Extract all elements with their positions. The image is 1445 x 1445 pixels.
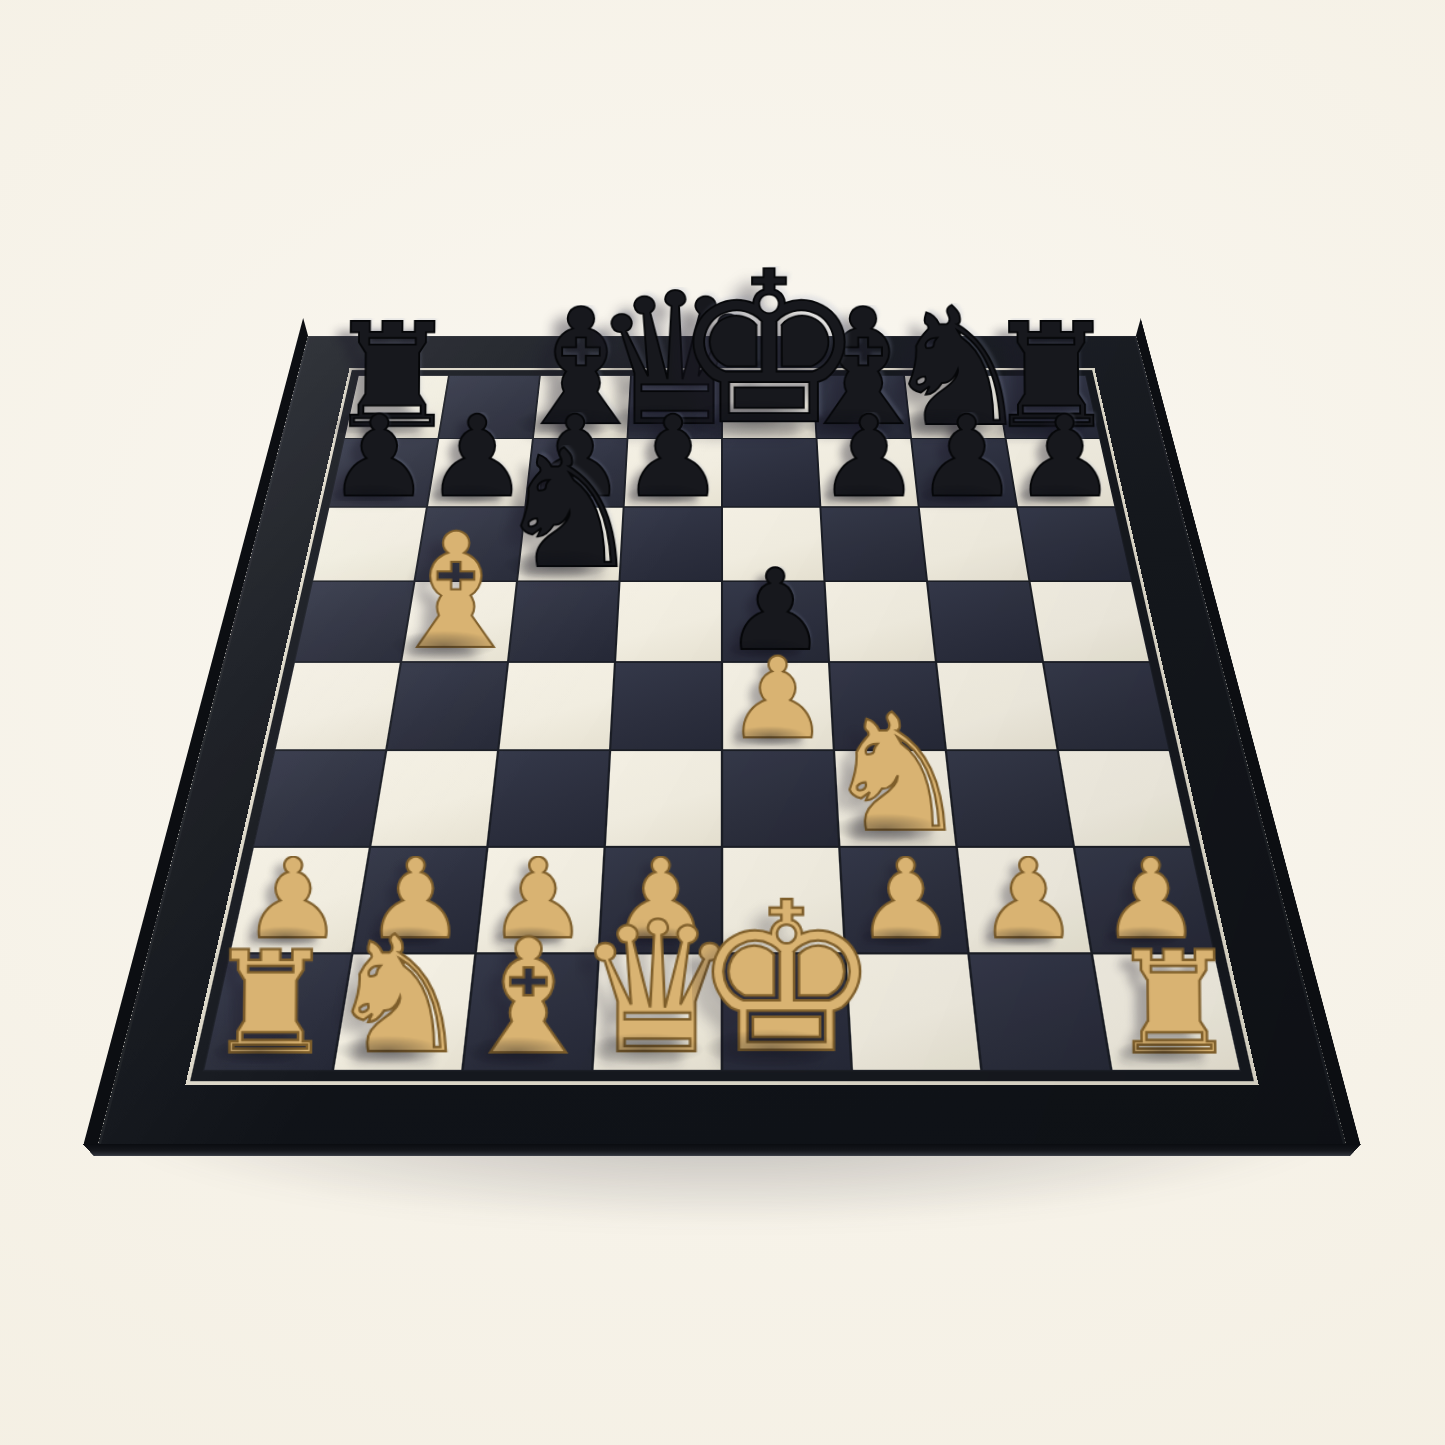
square-f7[interactable]: ♟ (817, 438, 919, 506)
square-h5[interactable] (1029, 581, 1150, 662)
square-e4[interactable]: ♟ (722, 662, 834, 750)
square-f3[interactable]: ♞ (834, 750, 957, 847)
square-f6[interactable] (820, 507, 927, 581)
square-a4[interactable] (274, 662, 401, 750)
piece-black-pawn-g7[interactable]: ♟ (915, 412, 1019, 502)
square-h1[interactable]: ♜ (1092, 953, 1241, 1071)
square-c4[interactable] (498, 662, 615, 750)
square-e8[interactable]: ♚ (722, 375, 817, 438)
square-a3[interactable] (253, 750, 386, 847)
piece-white-pawn-e4[interactable]: ♟ (726, 653, 829, 743)
square-h7[interactable]: ♟ (1006, 438, 1116, 506)
square-g2[interactable]: ♟ (957, 847, 1092, 953)
piece-white-pawn-g2[interactable]: ♟ (978, 856, 1080, 944)
square-d3[interactable] (605, 750, 722, 847)
square-h3[interactable] (1058, 750, 1191, 847)
piece-white-knight-f3[interactable]: ♞ (823, 709, 972, 839)
square-b5[interactable]: ♝ (401, 581, 517, 662)
scene: ♜♝♛♚♝♞♜♟♟♟♟♟♟♟♞♝♟♟♞♟♟♟♟♟♟♟♜♞♝♛♚♜ (0, 0, 1445, 1445)
square-e3[interactable] (722, 750, 839, 847)
board-grid: ♜♝♛♚♝♞♜♟♟♟♟♟♟♟♞♝♟♟♞♟♟♟♟♟♟♟♜♞♝♛♚♜ (203, 375, 1241, 1071)
piece-white-king-e1[interactable]: ♚ (692, 896, 881, 1061)
square-f5[interactable] (824, 581, 936, 662)
square-c6[interactable]: ♞ (517, 507, 624, 581)
square-d4[interactable] (610, 662, 722, 750)
square-b1[interactable]: ♞ (333, 953, 476, 1071)
square-d5[interactable] (615, 581, 722, 662)
square-g5[interactable] (927, 581, 1043, 662)
piece-white-bishop-b5[interactable]: ♝ (382, 528, 530, 656)
square-g1[interactable] (968, 953, 1111, 1071)
square-b4[interactable] (386, 662, 508, 750)
piece-white-knight-b1[interactable]: ♞ (325, 932, 473, 1061)
square-g7[interactable]: ♟ (911, 438, 1017, 506)
square-b3[interactable] (370, 750, 498, 847)
piece-white-rook-h1[interactable]: ♜ (1109, 948, 1240, 1062)
square-h6[interactable] (1017, 507, 1132, 581)
piece-black-pawn-a7[interactable]: ♟ (327, 412, 431, 502)
square-e7[interactable] (722, 438, 820, 506)
square-a7[interactable]: ♟ (329, 438, 439, 506)
square-h4[interactable] (1043, 662, 1170, 750)
square-g6[interactable] (919, 507, 1030, 581)
piece-black-pawn-h7[interactable]: ♟ (1013, 412, 1117, 502)
board-front-edge (82, 1144, 1361, 1156)
piece-black-pawn-f7[interactable]: ♟ (817, 412, 921, 502)
chessboard: ♜♝♛♚♝♞♜♟♟♟♟♟♟♟♞♝♟♟♞♟♟♟♟♟♟♟♜♞♝♛♚♜ (95, 336, 1349, 1156)
square-c3[interactable] (487, 750, 610, 847)
piece-white-rook-a1[interactable]: ♜ (205, 948, 336, 1062)
square-e1[interactable]: ♚ (722, 953, 852, 1071)
board-inlay-border: ♜♝♛♚♝♞♜♟♟♟♟♟♟♟♞♝♟♟♞♟♟♟♟♟♟♟♜♞♝♛♚♜ (185, 368, 1258, 1084)
